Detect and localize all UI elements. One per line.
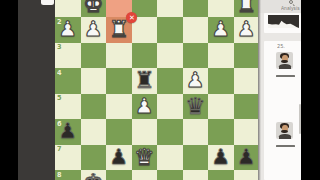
- square-h4[interactable]: 4: [55, 68, 81, 94]
- sidebar-title: Analysis: [281, 6, 300, 11]
- square-a5[interactable]: [234, 94, 260, 120]
- square-f6[interactable]: [106, 119, 132, 145]
- rank-label-2: 2: [57, 18, 62, 25]
- square-e3[interactable]: [132, 43, 158, 69]
- player-avatar-top[interactable]: [276, 52, 293, 69]
- square-b8[interactable]: [208, 170, 234, 180]
- square-a4[interactable]: [234, 68, 260, 94]
- rank-label-8: 8: [57, 171, 62, 178]
- square-f7[interactable]: ♟: [106, 145, 132, 171]
- square-d5[interactable]: [157, 94, 183, 120]
- white-rook[interactable]: ♜: [236, 0, 257, 16]
- square-f8[interactable]: [106, 170, 132, 180]
- move-number-label: 25.: [277, 43, 285, 49]
- square-g1[interactable]: ♚: [81, 0, 107, 17]
- white-king[interactable]: ♚: [83, 0, 104, 16]
- square-h6[interactable]: 6♟: [55, 119, 81, 145]
- square-c3[interactable]: [183, 43, 209, 69]
- square-f3[interactable]: [106, 43, 132, 69]
- square-h2[interactable]: 2♟: [55, 17, 81, 43]
- rank-label-7: 7: [57, 145, 62, 152]
- eval-graph-card[interactable]: [264, 13, 301, 33]
- square-g6[interactable]: [81, 119, 107, 145]
- square-g3[interactable]: [81, 43, 107, 69]
- white-pawn[interactable]: ♟: [135, 96, 154, 117]
- square-e4[interactable]: ♜: [132, 68, 158, 94]
- white-queen[interactable]: ♛: [134, 146, 155, 169]
- square-b6[interactable]: [208, 119, 234, 145]
- player-username-bottom: [276, 145, 295, 148]
- square-d2[interactable]: [157, 17, 183, 43]
- eval-graph-thumbnail: [268, 15, 299, 28]
- square-b3[interactable]: [208, 43, 234, 69]
- square-h7[interactable]: 7: [55, 145, 81, 171]
- square-d8[interactable]: [157, 170, 183, 180]
- rank-label-6: 6: [57, 120, 62, 127]
- black-pawn[interactable]: ♟: [211, 147, 230, 168]
- square-g7[interactable]: [81, 145, 107, 171]
- white-pawn[interactable]: ♟: [211, 19, 230, 40]
- square-a8[interactable]: [234, 170, 260, 180]
- black-pawn[interactable]: ♟: [237, 147, 256, 168]
- left-dark-panel: [18, 0, 55, 180]
- square-c7[interactable]: [183, 145, 209, 171]
- square-d1[interactable]: [157, 0, 183, 17]
- chess-board: ♚♜2♟♟♜♟♟34♜♟5♟♛6♟7♟♛♟♟8♚✕: [55, 0, 259, 180]
- square-h1[interactable]: [55, 0, 81, 17]
- square-a7[interactable]: ♟: [234, 145, 260, 171]
- square-f5[interactable]: [106, 94, 132, 120]
- square-a3[interactable]: [234, 43, 260, 69]
- letterbox-right: [301, 0, 320, 180]
- move-list-card: 25.: [264, 41, 301, 180]
- rank-label-5: 5: [57, 94, 62, 101]
- square-c8[interactable]: [183, 170, 209, 180]
- square-b2[interactable]: ♟: [208, 17, 234, 43]
- analysis-sidebar: Analysis 25.: [258, 0, 301, 180]
- square-b5[interactable]: [208, 94, 234, 120]
- square-e7[interactable]: ♛: [132, 145, 158, 171]
- square-c4[interactable]: ♟: [183, 68, 209, 94]
- square-c6[interactable]: [183, 119, 209, 145]
- square-a2[interactable]: ♟: [234, 17, 260, 43]
- square-d4[interactable]: [157, 68, 183, 94]
- square-c5[interactable]: ♛: [183, 94, 209, 120]
- square-g8[interactable]: ♚: [81, 170, 107, 180]
- square-h5[interactable]: 5: [55, 94, 81, 120]
- square-b1[interactable]: [208, 0, 234, 17]
- player-avatar-bottom[interactable]: [276, 122, 293, 139]
- player-username-top: [276, 75, 295, 78]
- rank-label-4: 4: [57, 69, 62, 76]
- rank-label-3: 3: [57, 43, 62, 50]
- square-c2[interactable]: [183, 17, 209, 43]
- square-c1[interactable]: [183, 0, 209, 17]
- square-g4[interactable]: [81, 68, 107, 94]
- square-d3[interactable]: [157, 43, 183, 69]
- white-rook[interactable]: ♜: [108, 18, 129, 41]
- square-a6[interactable]: [234, 119, 260, 145]
- square-g2[interactable]: ♟: [81, 17, 107, 43]
- cropped-ui-fragment: [41, 0, 54, 5]
- black-king[interactable]: ♚: [83, 171, 104, 180]
- square-d6[interactable]: [157, 119, 183, 145]
- square-e6[interactable]: [132, 119, 158, 145]
- square-h8[interactable]: 8: [55, 170, 81, 180]
- square-g5[interactable]: [81, 94, 107, 120]
- white-pawn[interactable]: ♟: [237, 19, 256, 40]
- white-pawn[interactable]: ♟: [84, 19, 103, 40]
- black-rook[interactable]: ♜: [134, 69, 155, 92]
- square-b4[interactable]: [208, 68, 234, 94]
- board-edge-shadow: [258, 0, 261, 180]
- square-f4[interactable]: [106, 68, 132, 94]
- square-h3[interactable]: 3: [55, 43, 81, 69]
- white-pawn[interactable]: ♟: [186, 70, 205, 91]
- square-a1[interactable]: ♜: [234, 0, 260, 17]
- black-queen[interactable]: ♛: [185, 95, 206, 118]
- black-pawn[interactable]: ♟: [109, 147, 128, 168]
- square-d7[interactable]: [157, 145, 183, 171]
- square-b7[interactable]: ♟: [208, 145, 234, 171]
- move-classification-badge-miss: ✕: [126, 12, 137, 23]
- square-e5[interactable]: ♟: [132, 94, 158, 120]
- video-frame: ♚♜2♟♟♜♟♟34♜♟5♟♛6♟7♟♛♟♟8♚✕ Analysis 25.: [0, 0, 320, 180]
- square-e8[interactable]: [132, 170, 158, 180]
